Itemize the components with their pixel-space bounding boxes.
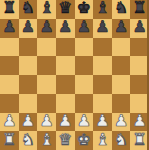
piece-white-pawn[interactable]: ♟ xyxy=(133,113,147,129)
square-a5[interactable] xyxy=(0,56,19,75)
square-g5[interactable] xyxy=(112,56,131,75)
piece-white-queen[interactable]: ♛ xyxy=(58,132,72,148)
square-d6[interactable] xyxy=(56,38,75,57)
square-b7[interactable]: ♟ xyxy=(19,19,38,38)
piece-black-queen[interactable]: ♛ xyxy=(58,0,72,16)
square-g8[interactable]: ♞ xyxy=(112,0,131,19)
piece-white-rook[interactable]: ♜ xyxy=(2,132,16,148)
square-g7[interactable]: ♟ xyxy=(112,19,131,38)
square-e2[interactable]: ♟ xyxy=(75,113,94,132)
square-e3[interactable] xyxy=(75,94,94,113)
square-a7[interactable]: ♟ xyxy=(0,19,19,38)
piece-black-pawn[interactable]: ♟ xyxy=(58,19,72,35)
square-h6[interactable] xyxy=(130,38,149,57)
square-e1[interactable]: ♚ xyxy=(75,131,94,150)
square-h5[interactable] xyxy=(130,56,149,75)
square-f5[interactable] xyxy=(93,56,112,75)
piece-white-pawn[interactable]: ♟ xyxy=(39,113,53,129)
piece-white-pawn[interactable]: ♟ xyxy=(2,113,16,129)
square-h3[interactable] xyxy=(130,94,149,113)
square-a2[interactable]: ♟ xyxy=(0,113,19,132)
square-g2[interactable]: ♟ xyxy=(112,113,131,132)
square-e5[interactable] xyxy=(75,56,94,75)
square-b5[interactable] xyxy=(19,56,38,75)
piece-black-knight[interactable]: ♞ xyxy=(21,0,35,16)
piece-white-rook[interactable]: ♜ xyxy=(133,132,147,148)
square-b6[interactable] xyxy=(19,38,38,57)
piece-black-rook[interactable]: ♜ xyxy=(2,0,16,16)
square-f1[interactable]: ♝ xyxy=(93,131,112,150)
chess-board-container: ♜♞♝♛♚♝♞♜♟♟♟♟♟♟♟♟♟♟♟♟♟♟♟♟♜♞♝♛♚♝♞♜ xyxy=(0,0,149,150)
square-b8[interactable]: ♞ xyxy=(19,0,38,19)
piece-black-pawn[interactable]: ♟ xyxy=(95,19,109,35)
piece-white-pawn[interactable]: ♟ xyxy=(114,113,128,129)
square-h7[interactable]: ♟ xyxy=(130,19,149,38)
piece-black-pawn[interactable]: ♟ xyxy=(21,19,35,35)
square-a3[interactable] xyxy=(0,94,19,113)
piece-black-bishop[interactable]: ♝ xyxy=(39,0,53,16)
square-f8[interactable]: ♝ xyxy=(93,0,112,19)
square-d5[interactable] xyxy=(56,56,75,75)
piece-black-pawn[interactable]: ♟ xyxy=(77,19,91,35)
square-a8[interactable]: ♜ xyxy=(0,0,19,19)
square-c4[interactable] xyxy=(37,75,56,94)
square-f4[interactable] xyxy=(93,75,112,94)
square-c6[interactable] xyxy=(37,38,56,57)
square-c7[interactable]: ♟ xyxy=(37,19,56,38)
square-g3[interactable] xyxy=(112,94,131,113)
piece-white-pawn[interactable]: ♟ xyxy=(95,113,109,129)
square-a1[interactable]: ♜ xyxy=(0,131,19,150)
square-f3[interactable] xyxy=(93,94,112,113)
piece-black-knight[interactable]: ♞ xyxy=(114,0,128,16)
square-g1[interactable]: ♞ xyxy=(112,131,131,150)
piece-black-pawn[interactable]: ♟ xyxy=(2,19,16,35)
square-f2[interactable]: ♟ xyxy=(93,113,112,132)
square-f7[interactable]: ♟ xyxy=(93,19,112,38)
piece-white-pawn[interactable]: ♟ xyxy=(77,113,91,129)
piece-black-pawn[interactable]: ♟ xyxy=(133,19,147,35)
square-h1[interactable]: ♜ xyxy=(130,131,149,150)
square-g4[interactable] xyxy=(112,75,131,94)
square-d8[interactable]: ♛ xyxy=(56,0,75,19)
square-c5[interactable] xyxy=(37,56,56,75)
square-h2[interactable]: ♟ xyxy=(130,113,149,132)
square-f6[interactable] xyxy=(93,38,112,57)
piece-white-pawn[interactable]: ♟ xyxy=(21,113,35,129)
piece-black-rook[interactable]: ♜ xyxy=(133,0,147,16)
piece-black-bishop[interactable]: ♝ xyxy=(95,0,109,16)
piece-white-bishop[interactable]: ♝ xyxy=(95,132,109,148)
piece-white-king[interactable]: ♚ xyxy=(77,132,91,148)
square-d1[interactable]: ♛ xyxy=(56,131,75,150)
square-b3[interactable] xyxy=(19,94,38,113)
square-c2[interactable]: ♟ xyxy=(37,113,56,132)
square-c1[interactable]: ♝ xyxy=(37,131,56,150)
piece-white-bishop[interactable]: ♝ xyxy=(39,132,53,148)
square-d3[interactable] xyxy=(56,94,75,113)
chess-board: ♜♞♝♛♚♝♞♜♟♟♟♟♟♟♟♟♟♟♟♟♟♟♟♟♜♞♝♛♚♝♞♜ xyxy=(0,0,149,150)
square-a4[interactable] xyxy=(0,75,19,94)
square-e4[interactable] xyxy=(75,75,94,94)
piece-white-knight[interactable]: ♞ xyxy=(114,132,128,148)
piece-black-pawn[interactable]: ♟ xyxy=(39,19,53,35)
square-d7[interactable]: ♟ xyxy=(56,19,75,38)
piece-black-pawn[interactable]: ♟ xyxy=(114,19,128,35)
square-b4[interactable] xyxy=(19,75,38,94)
piece-white-knight[interactable]: ♞ xyxy=(21,132,35,148)
square-c8[interactable]: ♝ xyxy=(37,0,56,19)
square-g6[interactable] xyxy=(112,38,131,57)
square-c3[interactable] xyxy=(37,94,56,113)
square-b1[interactable]: ♞ xyxy=(19,131,38,150)
square-d2[interactable]: ♟ xyxy=(56,113,75,132)
piece-black-king[interactable]: ♚ xyxy=(77,0,91,16)
square-d4[interactable] xyxy=(56,75,75,94)
square-e6[interactable] xyxy=(75,38,94,57)
square-b2[interactable]: ♟ xyxy=(19,113,38,132)
square-h8[interactable]: ♜ xyxy=(130,0,149,19)
square-a6[interactable] xyxy=(0,38,19,57)
square-e7[interactable]: ♟ xyxy=(75,19,94,38)
square-e8[interactable]: ♚ xyxy=(75,0,94,19)
square-h4[interactable] xyxy=(130,75,149,94)
piece-white-pawn[interactable]: ♟ xyxy=(58,113,72,129)
